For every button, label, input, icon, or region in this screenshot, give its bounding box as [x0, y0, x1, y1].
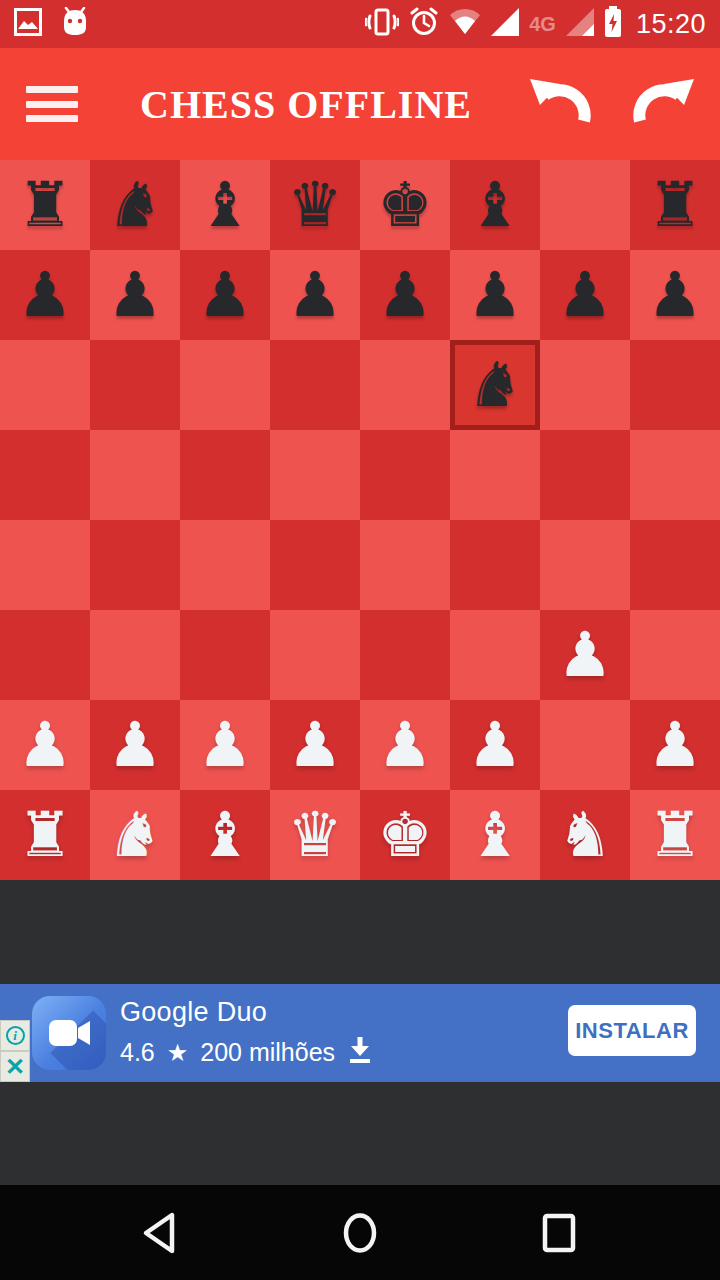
square-d1[interactable]: ♛	[270, 790, 360, 880]
white-rook: ♜	[17, 790, 73, 880]
square-f3[interactable]	[450, 610, 540, 700]
square-c3[interactable]	[180, 610, 270, 700]
install-button[interactable]: INSTALAR	[568, 1005, 696, 1056]
square-a6[interactable]	[0, 340, 90, 430]
black-knight: ♞	[107, 160, 163, 250]
black-rook: ♜	[647, 160, 703, 250]
square-g4[interactable]	[540, 520, 630, 610]
recents-icon	[540, 1212, 580, 1254]
battery-charging-icon	[604, 6, 622, 42]
square-f7[interactable]: ♟	[450, 250, 540, 340]
square-g1[interactable]: ♞	[540, 790, 630, 880]
back-icon	[140, 1211, 180, 1255]
square-g2[interactable]	[540, 700, 630, 790]
background-strip-top	[0, 880, 720, 984]
square-d5[interactable]	[270, 430, 360, 520]
background-strip-bottom	[0, 1082, 720, 1185]
google-duo-app-icon[interactable]	[32, 996, 106, 1070]
white-king: ♚	[377, 790, 433, 880]
black-pawn: ♟	[287, 250, 343, 340]
black-pawn: ♟	[557, 250, 613, 340]
black-rook: ♜	[17, 160, 73, 250]
square-h5[interactable]	[630, 430, 720, 520]
status-bar: 4G 15:20	[0, 0, 720, 48]
square-h2[interactable]: ♟	[630, 700, 720, 790]
navigation-bar	[0, 1185, 720, 1280]
signal-full-icon	[491, 8, 519, 40]
square-b8[interactable]: ♞	[90, 160, 180, 250]
square-g5[interactable]	[540, 430, 630, 520]
square-c1[interactable]: ♝	[180, 790, 270, 880]
square-d2[interactable]: ♟	[270, 700, 360, 790]
square-h4[interactable]	[630, 520, 720, 610]
square-f8[interactable]: ♝	[450, 160, 540, 250]
square-b5[interactable]	[90, 430, 180, 520]
square-g3[interactable]: ♟	[540, 610, 630, 700]
white-rook: ♜	[647, 790, 703, 880]
clock-time: 15:20	[636, 9, 706, 40]
black-pawn: ♟	[17, 250, 73, 340]
square-f1[interactable]: ♝	[450, 790, 540, 880]
white-bishop: ♝	[467, 790, 523, 880]
square-g6[interactable]	[540, 340, 630, 430]
black-bishop: ♝	[197, 160, 253, 250]
redo-button[interactable]	[632, 79, 694, 129]
square-h7[interactable]: ♟	[630, 250, 720, 340]
square-c2[interactable]: ♟	[180, 700, 270, 790]
square-b1[interactable]: ♞	[90, 790, 180, 880]
recents-button[interactable]	[530, 1203, 590, 1263]
black-king: ♚	[377, 160, 433, 250]
gallery-icon	[14, 8, 42, 40]
white-bishop: ♝	[197, 790, 253, 880]
square-h3[interactable]	[630, 610, 720, 700]
black-pawn: ♟	[467, 250, 523, 340]
white-pawn: ♟	[377, 700, 433, 790]
undo-button[interactable]	[530, 79, 592, 129]
white-knight: ♞	[107, 790, 163, 880]
square-h1[interactable]: ♜	[630, 790, 720, 880]
app-title: CHESS OFFLINE	[140, 81, 472, 128]
square-d6[interactable]	[270, 340, 360, 430]
square-h8[interactable]: ♜	[630, 160, 720, 250]
vibrate-icon	[365, 7, 399, 41]
square-d7[interactable]: ♟	[270, 250, 360, 340]
black-queen: ♛	[287, 160, 343, 250]
menu-icon[interactable]	[26, 86, 78, 122]
ad-rating: 4.6	[120, 1038, 155, 1067]
white-pawn: ♟	[197, 700, 253, 790]
white-queen: ♛	[287, 790, 343, 880]
square-b7[interactable]: ♟	[90, 250, 180, 340]
square-a5[interactable]	[0, 430, 90, 520]
square-c7[interactable]: ♟	[180, 250, 270, 340]
square-a1[interactable]: ♜	[0, 790, 90, 880]
square-e6[interactable]	[360, 340, 450, 430]
black-pawn: ♟	[197, 250, 253, 340]
home-icon	[340, 1210, 380, 1256]
ad-close-button[interactable]: ✕	[0, 1051, 30, 1082]
square-f6[interactable]: ♞	[450, 340, 540, 430]
chess-board: ♜♞♝♛♚♝♜♟♟♟♟♟♟♟♟♞♟♟♟♟♟♟♟♟♜♞♝♛♚♝♞♜	[0, 160, 720, 880]
square-f4[interactable]	[450, 520, 540, 610]
white-pawn: ♟	[647, 700, 703, 790]
square-g7[interactable]: ♟	[540, 250, 630, 340]
black-pawn: ♟	[647, 250, 703, 340]
white-pawn: ♟	[17, 700, 73, 790]
square-d4[interactable]	[270, 520, 360, 610]
square-a7[interactable]: ♟	[0, 250, 90, 340]
home-button[interactable]	[330, 1203, 390, 1263]
ad-info-button[interactable]: i	[0, 1020, 30, 1051]
square-b4[interactable]	[90, 520, 180, 610]
square-b3[interactable]	[90, 610, 180, 700]
ad-installs: 200 milhões	[200, 1038, 335, 1067]
square-e4[interactable]	[360, 520, 450, 610]
square-b2[interactable]: ♟	[90, 700, 180, 790]
redo-icon	[632, 77, 694, 131]
square-e3[interactable]	[360, 610, 450, 700]
square-f5[interactable]	[450, 430, 540, 520]
undo-icon	[530, 77, 592, 131]
download-icon	[347, 1036, 373, 1070]
white-knight: ♞	[557, 790, 613, 880]
square-c8[interactable]: ♝	[180, 160, 270, 250]
black-pawn: ♟	[377, 250, 433, 340]
white-pawn: ♟	[467, 700, 523, 790]
video-camera-icon	[32, 996, 106, 1070]
star-icon: ★	[167, 1041, 189, 1065]
white-pawn: ♟	[557, 610, 613, 700]
app-bar: CHESS OFFLINE	[0, 48, 720, 160]
square-c4[interactable]	[180, 520, 270, 610]
square-g8[interactable]	[540, 160, 630, 250]
signal-weak-icon	[566, 8, 594, 40]
square-b6[interactable]	[90, 340, 180, 430]
square-f2[interactable]: ♟	[450, 700, 540, 790]
phone-screen: 4G 15:20 CHESS OFFLINE	[0, 0, 720, 1280]
square-e1[interactable]: ♚	[360, 790, 450, 880]
square-e7[interactable]: ♟	[360, 250, 450, 340]
square-e2[interactable]: ♟	[360, 700, 450, 790]
wifi-icon	[449, 8, 481, 40]
black-knight: ♞	[467, 340, 523, 430]
square-c6[interactable]	[180, 340, 270, 430]
alarm-icon	[409, 7, 439, 41]
white-pawn: ♟	[107, 700, 163, 790]
square-h6[interactable]	[630, 340, 720, 430]
close-icon: ✕	[5, 1055, 25, 1079]
network-type-label: 4G	[529, 13, 556, 36]
white-pawn: ♟	[287, 700, 343, 790]
square-a8[interactable]: ♜	[0, 160, 90, 250]
square-d3[interactable]	[270, 610, 360, 700]
square-a3[interactable]	[0, 610, 90, 700]
black-bishop: ♝	[467, 160, 523, 250]
square-e5[interactable]	[360, 430, 450, 520]
ad-app-name: Google Duo	[120, 997, 373, 1028]
square-a4[interactable]	[0, 520, 90, 610]
back-button[interactable]	[130, 1203, 190, 1263]
square-d8[interactable]: ♛	[270, 160, 360, 250]
square-a2[interactable]: ♟	[0, 700, 90, 790]
info-icon: i	[6, 1026, 25, 1045]
black-pawn: ♟	[107, 250, 163, 340]
ad-banner[interactable]: i ✕ Google Duo 4.6 ★ 200 milhões	[0, 984, 720, 1082]
square-e8[interactable]: ♚	[360, 160, 450, 250]
square-c5[interactable]	[180, 430, 270, 520]
android-icon	[60, 7, 90, 41]
